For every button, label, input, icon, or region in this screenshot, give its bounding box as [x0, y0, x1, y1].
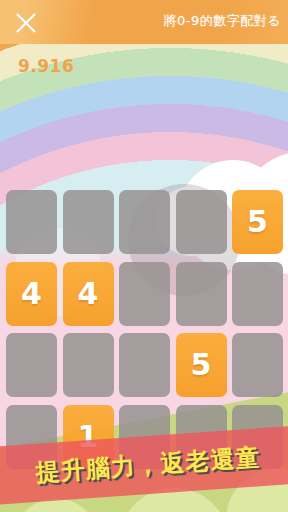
- ad-banner-text: 提升腦力，返老還童: [35, 441, 262, 489]
- tile-r3c1[interactable]: [6, 333, 57, 397]
- tile-r1c2[interactable]: [63, 190, 114, 254]
- tile-r1c3[interactable]: [119, 190, 170, 254]
- tile-r3c5[interactable]: [232, 333, 283, 397]
- page-title: 將0-9的數字配對る: [163, 12, 281, 30]
- close-icon: [13, 10, 39, 36]
- tile-r1c4[interactable]: [176, 190, 227, 254]
- tile-r1c5[interactable]: 5: [232, 190, 283, 254]
- close-button[interactable]: [13, 10, 39, 36]
- score-value: 9.916: [18, 56, 74, 76]
- tile-number: 5: [191, 350, 212, 380]
- tile-r2c1[interactable]: 4: [6, 262, 57, 326]
- top-bar: 將0-9的數字配對る: [0, 0, 288, 44]
- tile-r2c3[interactable]: [119, 262, 170, 326]
- tile-r2c2[interactable]: 4: [63, 262, 114, 326]
- tile-r3c2[interactable]: [63, 333, 114, 397]
- tile-r1c1[interactable]: [6, 190, 57, 254]
- board: 54451: [6, 190, 283, 469]
- tile-r3c4[interactable]: 5: [176, 333, 227, 397]
- tile-r2c4[interactable]: [176, 262, 227, 326]
- app-screen: 54451 提升腦力，返老還童 將0-9的數字配對る 9.916: [0, 0, 288, 512]
- tile-number: 5: [247, 207, 268, 237]
- tile-number: 4: [21, 279, 42, 309]
- tile-r3c3[interactable]: [119, 333, 170, 397]
- tile-r2c5[interactable]: [232, 262, 283, 326]
- tile-number: 4: [78, 279, 99, 309]
